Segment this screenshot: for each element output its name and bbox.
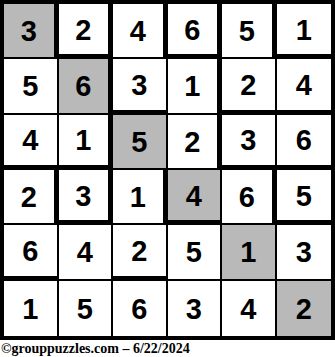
cell-digit: 6 <box>184 16 200 45</box>
grid-cell: 2 <box>113 225 168 280</box>
grid-cell: 4 <box>4 115 59 170</box>
cell-digit: 6 <box>22 237 38 266</box>
grid-cell: 5 <box>168 225 223 280</box>
cell-digit: 2 <box>131 237 147 266</box>
puzzle-page: 324651563124415236231465642513156342 ©gr… <box>0 0 335 357</box>
grid-cell: 4 <box>168 170 223 225</box>
grid-cell: 6 <box>59 59 114 114</box>
cell-digit: 3 <box>21 17 37 46</box>
grid-cell: 6 <box>113 281 168 336</box>
cell-digit: 4 <box>77 238 93 267</box>
cell-digit: 1 <box>184 72 200 101</box>
grid-cell: 3 <box>113 59 168 114</box>
grid-cell: 3 <box>222 115 277 170</box>
cell-digit: 5 <box>77 295 93 324</box>
cell-digit: 4 <box>130 17 146 46</box>
grid-cell: 3 <box>4 4 59 59</box>
cell-digit: 3 <box>186 295 202 324</box>
cell-digit: 6 <box>75 72 91 101</box>
grid-cell: 1 <box>168 59 223 114</box>
grid-cell: 5 <box>4 59 59 114</box>
grid-cell: 6 <box>4 225 59 280</box>
cell-digit: 5 <box>22 72 38 101</box>
cell-digit: 2 <box>240 71 256 100</box>
cell-digit: 3 <box>296 238 312 267</box>
cell-digit: 2 <box>21 183 37 212</box>
cell-digit: 2 <box>296 295 312 324</box>
grid-cell: 3 <box>168 281 223 336</box>
cell-digit: 4 <box>186 182 202 211</box>
grid-cell: 2 <box>59 4 114 59</box>
cell-digit: 5 <box>131 128 147 157</box>
cell-digit: 6 <box>296 126 312 155</box>
grid-cell: 3 <box>277 225 332 280</box>
cell-digit: 4 <box>240 295 256 324</box>
copyright-credit: ©grouppuzzles.com – 6/22/2024 <box>1 341 190 357</box>
grid-cell: 1 <box>222 225 277 280</box>
grid-cell: 5 <box>113 115 168 170</box>
grid-cell: 6 <box>222 170 277 225</box>
grid-cell: 2 <box>168 115 223 170</box>
grid-cell: 4 <box>59 225 114 280</box>
cell-digit: 6 <box>239 183 255 212</box>
cell-digit: 1 <box>240 238 256 267</box>
grid-cell: 1 <box>277 4 332 59</box>
cell-digit: 1 <box>130 183 146 212</box>
cell-digit: 6 <box>131 295 147 324</box>
grid-cell: 3 <box>59 170 114 225</box>
cell-digit: 3 <box>240 126 256 155</box>
grid-cell: 6 <box>277 115 332 170</box>
grid-cell: 1 <box>113 170 168 225</box>
cell-digit: 4 <box>296 71 312 100</box>
cell-digit: 1 <box>22 295 38 324</box>
cell-digit: 5 <box>296 182 312 211</box>
grid-cell: 4 <box>113 4 168 59</box>
cell-digit: 1 <box>75 126 91 155</box>
cell-digit: 5 <box>239 17 255 46</box>
grid-cell: 5 <box>222 4 277 59</box>
grid-cell: 4 <box>277 59 332 114</box>
cell-digit: 1 <box>296 16 312 45</box>
grid-cell: 4 <box>222 281 277 336</box>
grid-cell: 5 <box>59 281 114 336</box>
cell-digit: 2 <box>75 16 91 45</box>
grid-cell: 1 <box>59 115 114 170</box>
cell-digit: 5 <box>186 238 202 267</box>
cell-digit: 3 <box>131 71 147 100</box>
cell-digit: 3 <box>75 182 91 211</box>
grid-cell: 5 <box>277 170 332 225</box>
cell-digit: 2 <box>184 128 200 157</box>
grid-cell: 2 <box>222 59 277 114</box>
grid-cell: 6 <box>168 4 223 59</box>
grid-cell: 2 <box>4 170 59 225</box>
sudoku-board: 324651563124415236231465642513156342 <box>0 0 335 340</box>
grid-cell: 2 <box>277 281 332 336</box>
grid-cell: 1 <box>4 281 59 336</box>
cell-digit: 4 <box>22 126 38 155</box>
